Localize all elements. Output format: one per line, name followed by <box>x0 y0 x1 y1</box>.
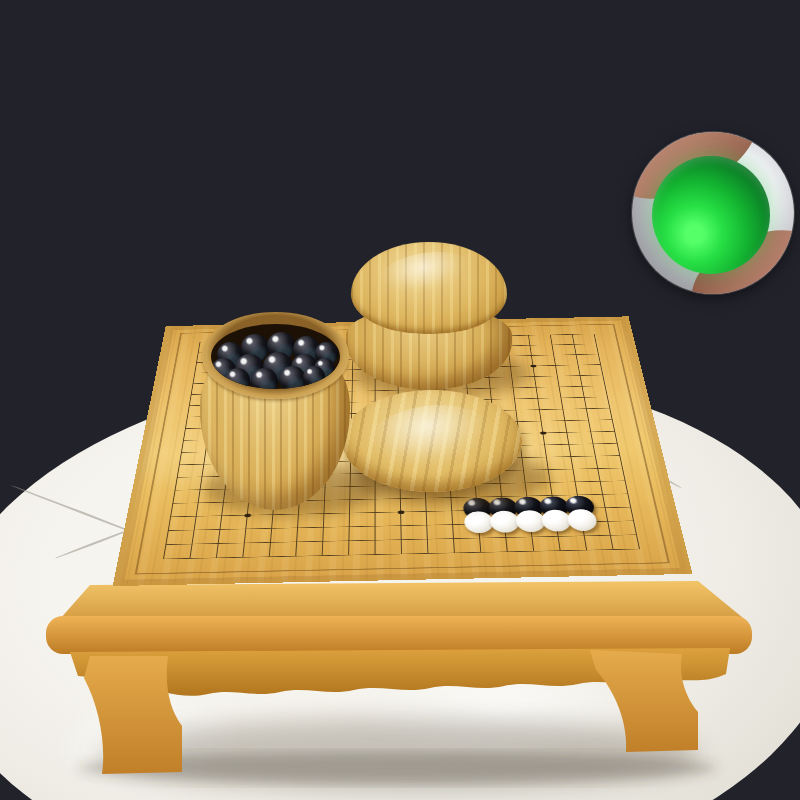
open-bowl-opening <box>211 324 340 389</box>
white-stone[interactable] <box>565 509 597 531</box>
table-base <box>30 558 770 793</box>
black-stone-bowl <box>200 312 350 510</box>
stone-closeup-inset <box>632 132 794 294</box>
backlit-green-stone <box>652 156 770 274</box>
go-set-product-photo <box>0 0 800 800</box>
star-point <box>397 510 404 514</box>
star-point <box>244 513 251 517</box>
closed-bowl-lid <box>351 242 507 334</box>
bowl-lid <box>342 390 522 492</box>
bowl-black-stone <box>279 366 306 389</box>
star-point <box>530 364 536 367</box>
star-point <box>539 431 546 434</box>
closed-stone-bowl <box>346 242 512 390</box>
bowl-black-stone <box>251 368 278 389</box>
lid-glare <box>364 398 493 474</box>
table-rim-bullnose <box>46 616 752 654</box>
lid-glare <box>376 245 472 299</box>
